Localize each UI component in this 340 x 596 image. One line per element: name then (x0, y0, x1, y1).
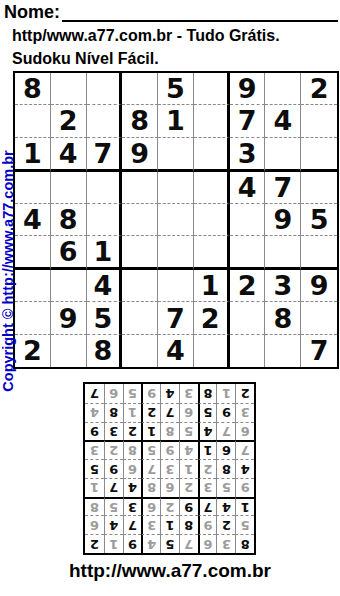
solution-cell-r9c8: 6 (104, 384, 123, 403)
solution-cell-r4c7: 4 (123, 478, 142, 497)
cell-r7c3: 4 (87, 270, 123, 302)
cell-r4c1 (15, 172, 51, 204)
cell-r4c8: 7 (265, 172, 301, 204)
cell-r1c5: 5 (158, 73, 194, 105)
solution-cell-r8c2: 9 (216, 403, 235, 422)
solution-cell-r1c9: 2 (85, 534, 104, 553)
solution-cell-r4c1: 9 (235, 478, 254, 497)
cell-r1c1: 8 (15, 73, 51, 105)
cell-r8c4 (122, 302, 158, 334)
header: Nome: http/www.a77.com.br - Tudo Grátis.… (0, 0, 340, 68)
solution-cell-r9c9: 7 (85, 384, 104, 403)
cell-r6c5 (158, 236, 194, 270)
solution-cell-r4c8: 7 (104, 478, 123, 497)
puzzle-level-title: Sudoku Nível Fácil. (12, 50, 340, 68)
page: { "game": "sudoku", "header": { "name_la… (0, 0, 340, 596)
solution-cell-r1c6: 4 (141, 534, 160, 553)
solution-cell-r1c4: 7 (179, 534, 198, 553)
cell-r7c9: 9 (301, 270, 337, 302)
solution-cell-r2c9: 6 (85, 515, 104, 534)
solution-cell-r1c8: 1 (104, 534, 123, 553)
cell-r9c4 (122, 335, 158, 367)
solution-cell-r6c7: 8 (123, 440, 142, 459)
cell-r4c6 (194, 172, 230, 204)
solution-cell-r6c6: 5 (141, 440, 160, 459)
solution-cell-r2c8: 4 (104, 515, 123, 534)
solution-cell-r4c5: 6 (160, 478, 179, 497)
solution-cell-r6c3: 1 (198, 440, 217, 459)
cell-r8c8: 8 (265, 302, 301, 334)
solution-cell-r3c7: 3 (123, 497, 142, 516)
solution-cell-r3c6: 6 (141, 497, 160, 516)
cell-r9c6 (194, 335, 230, 367)
cell-r7c5 (158, 270, 194, 302)
solution-cell-r3c5: 2 (160, 497, 179, 516)
cell-r3c8 (265, 138, 301, 172)
solution-cell-r6c9: 3 (85, 440, 104, 459)
solution-cell-r4c3: 3 (198, 478, 217, 497)
cell-r7c8: 3 (265, 270, 301, 302)
cell-r1c3 (87, 73, 123, 105)
solution-cell-r6c5: 9 (160, 440, 179, 459)
name-row: Nome: (0, 2, 340, 22)
solution-cell-r8c9: 4 (85, 403, 104, 422)
cell-r1c6 (194, 73, 230, 105)
cell-r6c7 (230, 236, 266, 270)
solution-cell-r9c4: 3 (179, 384, 198, 403)
cell-r2c2: 2 (51, 105, 87, 137)
solution-cell-r1c5: 5 (160, 534, 179, 553)
solution-cell-r2c1: 5 (235, 515, 254, 534)
solution-cell-r7c2: 7 (216, 422, 235, 441)
cell-r6c8 (265, 236, 301, 270)
cell-r8c7 (230, 302, 266, 334)
solution-cell-r7c7: 2 (123, 422, 142, 441)
cell-r2c5: 1 (158, 105, 194, 137)
solution-cell-r4c9: 1 (85, 478, 104, 497)
cell-r7c6: 1 (194, 270, 230, 302)
cell-r4c4 (122, 172, 158, 204)
sudoku-board: 859228174147934748956141239957282847 (13, 71, 339, 369)
cell-r2c3 (87, 105, 123, 137)
cell-r3c9 (301, 138, 337, 172)
solution-cell-r9c2: 1 (216, 384, 235, 403)
cell-r2c8: 4 (265, 105, 301, 137)
cell-r9c8 (265, 335, 301, 367)
solution-cell-r7c8: 3 (104, 422, 123, 441)
solution-cell-r9c3: 8 (198, 384, 217, 403)
solution-cell-r5c5: 3 (160, 459, 179, 478)
cell-r9c7 (230, 335, 266, 367)
solution-cell-r7c9: 9 (85, 422, 104, 441)
solution-cell-r1c7: 9 (123, 534, 142, 553)
solution-cell-r1c1: 8 (235, 534, 254, 553)
cell-r4c9 (301, 172, 337, 204)
solution-cell-r8c5: 7 (160, 403, 179, 422)
cell-r1c8 (265, 73, 301, 105)
solution-cell-r5c3: 2 (198, 459, 217, 478)
solution-cell-r3c9: 8 (85, 497, 104, 516)
cell-r6c9 (301, 236, 337, 270)
solution-board: 8367549125298137461479263589532684714821… (83, 382, 256, 555)
solution-cell-r2c4: 8 (179, 515, 198, 534)
cell-r5c5 (158, 204, 194, 236)
solution-cell-r3c8: 5 (104, 497, 123, 516)
solution-cell-r8c7: 1 (123, 403, 142, 422)
solution-cell-r1c2: 3 (216, 534, 235, 553)
solution-cell-r4c4: 2 (179, 478, 198, 497)
solution-cell-r6c4: 4 (179, 440, 198, 459)
cell-r3c4: 9 (122, 138, 158, 172)
cell-r8c5: 7 (158, 302, 194, 334)
name-label: Nome: (4, 2, 60, 22)
solution-cell-r5c7: 6 (123, 459, 142, 478)
cell-r4c2 (51, 172, 87, 204)
solution-cell-r7c4: 5 (179, 422, 198, 441)
solution-cell-r5c6: 7 (141, 459, 160, 478)
solution-cell-r5c9: 5 (85, 459, 104, 478)
solution-cell-r7c3: 4 (198, 422, 217, 441)
cell-r2c4: 8 (122, 105, 158, 137)
cell-r5c1: 4 (15, 204, 51, 236)
cell-r3c3: 7 (87, 138, 123, 172)
cell-r6c1 (15, 236, 51, 270)
cell-r6c2: 6 (51, 236, 87, 270)
cell-r9c9: 7 (301, 335, 337, 367)
solution-cell-r4c6: 8 (141, 478, 160, 497)
cell-r8c3: 5 (87, 302, 123, 334)
cell-r3c7: 3 (230, 138, 266, 172)
solution-cell-r5c2: 8 (216, 459, 235, 478)
cell-r2c1 (15, 105, 51, 137)
cell-r5c7 (230, 204, 266, 236)
cell-r5c6 (194, 204, 230, 236)
cell-r5c4 (122, 204, 158, 236)
cell-r6c4 (122, 236, 158, 270)
cell-r9c5: 4 (158, 335, 194, 367)
cell-r1c4 (122, 73, 158, 105)
solution-cell-r2c2: 2 (216, 515, 235, 534)
cell-r2c7: 7 (230, 105, 266, 137)
cell-r3c1: 1 (15, 138, 51, 172)
footer-url: http://www.a77.com.br (0, 560, 340, 582)
cell-r4c5 (158, 172, 194, 204)
solution-cell-r8c1: 3 (235, 403, 254, 422)
cell-r5c8: 9 (265, 204, 301, 236)
cell-r5c9: 5 (301, 204, 337, 236)
solution-cell-r9c7: 5 (123, 384, 142, 403)
solution-cell-r9c5: 4 (160, 384, 179, 403)
cell-r3c5 (158, 138, 194, 172)
cell-r8c9 (301, 302, 337, 334)
solution-cell-r3c3: 7 (198, 497, 217, 516)
cell-r5c3 (87, 204, 123, 236)
solution-cell-r6c8: 2 (104, 440, 123, 459)
solution-cell-r5c1: 4 (235, 459, 254, 478)
solution-cell-r7c6: 1 (141, 422, 160, 441)
cell-r9c2 (51, 335, 87, 367)
copyright-vertical-text: Copyright © http://www.a77.com.br (0, 85, 18, 457)
solution-cell-r2c7: 7 (123, 515, 142, 534)
cell-r4c3 (87, 172, 123, 204)
solution-cell-r8c6: 2 (141, 403, 160, 422)
cell-r5c2: 8 (51, 204, 87, 236)
solution-cell-r8c3: 5 (198, 403, 217, 422)
cell-r3c6 (194, 138, 230, 172)
cell-r6c3: 1 (87, 236, 123, 270)
solution-cell-r7c5: 8 (160, 422, 179, 441)
cell-r6c6 (194, 236, 230, 270)
cell-r7c4 (122, 270, 158, 302)
cell-r7c2 (51, 270, 87, 302)
solution-cell-r8c4: 6 (179, 403, 198, 422)
name-blank-line (62, 3, 338, 22)
cell-r8c2: 9 (51, 302, 87, 334)
solution-cell-r2c6: 3 (141, 515, 160, 534)
solution-cell-r5c4: 1 (179, 459, 198, 478)
solution-cell-r9c6: 9 (141, 384, 160, 403)
cell-r7c7: 2 (230, 270, 266, 302)
solution-cell-r2c3: 9 (198, 515, 217, 534)
cell-r8c6: 2 (194, 302, 230, 334)
solution-cell-r5c8: 9 (104, 459, 123, 478)
cell-r1c9: 2 (301, 73, 337, 105)
cell-r2c9 (301, 105, 337, 137)
cell-r4c7: 4 (230, 172, 266, 204)
solution-cell-r9c1: 2 (235, 384, 254, 403)
solution-cell-r1c3: 6 (198, 534, 217, 553)
solution-cell-r3c1: 1 (235, 497, 254, 516)
cell-r9c3: 8 (87, 335, 123, 367)
solution-cell-r6c1: 7 (235, 440, 254, 459)
cell-r7c1 (15, 270, 51, 302)
cell-r3c2: 4 (51, 138, 87, 172)
site-tagline: http/www.a77.com.br - Tudo Grátis. (12, 27, 340, 45)
cell-r8c1 (15, 302, 51, 334)
solution-cell-r2c5: 1 (160, 515, 179, 534)
cell-r9c1: 2 (15, 335, 51, 367)
solution-cell-r7c1: 6 (235, 422, 254, 441)
solution-cell-r3c2: 4 (216, 497, 235, 516)
cell-r1c2 (51, 73, 87, 105)
solution-cell-r3c4: 9 (179, 497, 198, 516)
solution-cell-r6c2: 6 (216, 440, 235, 459)
cell-r1c7: 9 (230, 73, 266, 105)
cell-r2c6 (194, 105, 230, 137)
solution-cell-r4c2: 5 (216, 478, 235, 497)
solution-cell-r8c8: 8 (104, 403, 123, 422)
